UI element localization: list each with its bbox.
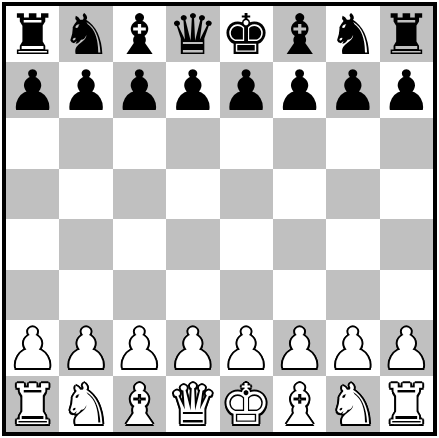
black-pawn-piece[interactable]: ♟ (8, 63, 58, 119)
square-a7[interactable]: ♟ (6, 62, 59, 118)
black-pawn-piece[interactable]: ♟ (114, 63, 164, 119)
square-g3[interactable] (326, 270, 379, 321)
black-pawn-piece[interactable]: ♟ (61, 63, 111, 119)
chess-board: ♜♞♝♛♚♝♞♜♟♟♟♟♟♟♟♟♟♟♟♟♟♟♟♟♜♞♝♛♚♝♞♜ (6, 6, 433, 432)
white-pawn-piece[interactable]: ♟ (168, 321, 218, 377)
black-pawn-piece[interactable]: ♟ (274, 63, 324, 119)
square-d1[interactable]: ♛ (166, 376, 219, 432)
white-knight-piece[interactable]: ♞ (61, 377, 111, 433)
square-a5[interactable] (6, 169, 59, 220)
black-pawn-piece[interactable]: ♟ (168, 63, 218, 119)
square-f1[interactable]: ♝ (273, 376, 326, 432)
square-a1[interactable]: ♜ (6, 376, 59, 432)
square-c7[interactable]: ♟ (113, 62, 166, 118)
square-h8[interactable]: ♜ (380, 6, 433, 62)
square-d7[interactable]: ♟ (166, 62, 219, 118)
black-bishop-piece[interactable]: ♝ (114, 7, 164, 63)
square-f2[interactable]: ♟ (273, 320, 326, 376)
square-h2[interactable]: ♟ (380, 320, 433, 376)
square-d4[interactable] (166, 219, 219, 270)
square-c2[interactable]: ♟ (113, 320, 166, 376)
square-g4[interactable] (326, 219, 379, 270)
square-a8[interactable]: ♜ (6, 6, 59, 62)
square-e5[interactable] (220, 169, 273, 220)
square-f4[interactable] (273, 219, 326, 270)
black-knight-piece[interactable]: ♞ (328, 7, 378, 63)
square-c1[interactable]: ♝ (113, 376, 166, 432)
white-bishop-piece[interactable]: ♝ (114, 377, 164, 433)
square-c6[interactable] (113, 118, 166, 169)
square-f7[interactable]: ♟ (273, 62, 326, 118)
square-b1[interactable]: ♞ (59, 376, 112, 432)
black-rook-piece[interactable]: ♜ (381, 7, 431, 63)
square-e4[interactable] (220, 219, 273, 270)
black-knight-piece[interactable]: ♞ (61, 7, 111, 63)
white-king-piece[interactable]: ♚ (221, 377, 271, 433)
white-pawn-piece[interactable]: ♟ (114, 321, 164, 377)
black-queen-piece[interactable]: ♛ (168, 7, 218, 63)
black-king-piece[interactable]: ♚ (221, 7, 271, 63)
square-b6[interactable] (59, 118, 112, 169)
square-g5[interactable] (326, 169, 379, 220)
white-pawn-piece[interactable]: ♟ (221, 321, 271, 377)
square-a6[interactable] (6, 118, 59, 169)
square-d8[interactable]: ♛ (166, 6, 219, 62)
black-rook-piece[interactable]: ♜ (8, 7, 58, 63)
square-b8[interactable]: ♞ (59, 6, 112, 62)
square-b4[interactable] (59, 219, 112, 270)
square-f3[interactable] (273, 270, 326, 321)
white-bishop-piece[interactable]: ♝ (274, 377, 324, 433)
white-rook-piece[interactable]: ♜ (381, 377, 431, 433)
square-e7[interactable]: ♟ (220, 62, 273, 118)
square-c3[interactable] (113, 270, 166, 321)
white-pawn-piece[interactable]: ♟ (61, 321, 111, 377)
black-pawn-piece[interactable]: ♟ (381, 63, 431, 119)
square-f5[interactable] (273, 169, 326, 220)
square-b7[interactable]: ♟ (59, 62, 112, 118)
black-pawn-piece[interactable]: ♟ (328, 63, 378, 119)
square-h4[interactable] (380, 219, 433, 270)
white-knight-piece[interactable]: ♞ (328, 377, 378, 433)
black-pawn-piece[interactable]: ♟ (221, 63, 271, 119)
white-pawn-piece[interactable]: ♟ (381, 321, 431, 377)
black-bishop-piece[interactable]: ♝ (274, 7, 324, 63)
square-h6[interactable] (380, 118, 433, 169)
square-e1[interactable]: ♚ (220, 376, 273, 432)
square-a4[interactable] (6, 219, 59, 270)
square-f6[interactable] (273, 118, 326, 169)
square-d5[interactable] (166, 169, 219, 220)
square-d6[interactable] (166, 118, 219, 169)
square-g1[interactable]: ♞ (326, 376, 379, 432)
square-b3[interactable] (59, 270, 112, 321)
square-h3[interactable] (380, 270, 433, 321)
square-b5[interactable] (59, 169, 112, 220)
square-a2[interactable]: ♟ (6, 320, 59, 376)
square-h7[interactable]: ♟ (380, 62, 433, 118)
square-a3[interactable] (6, 270, 59, 321)
square-g2[interactable]: ♟ (326, 320, 379, 376)
square-h1[interactable]: ♜ (380, 376, 433, 432)
white-pawn-piece[interactable]: ♟ (328, 321, 378, 377)
white-pawn-piece[interactable]: ♟ (274, 321, 324, 377)
square-g7[interactable]: ♟ (326, 62, 379, 118)
white-rook-piece[interactable]: ♜ (8, 377, 58, 433)
square-c8[interactable]: ♝ (113, 6, 166, 62)
square-f8[interactable]: ♝ (273, 6, 326, 62)
chess-board-frame: ♜♞♝♛♚♝♞♜♟♟♟♟♟♟♟♟♟♟♟♟♟♟♟♟♜♞♝♛♚♝♞♜ (2, 2, 437, 436)
white-pawn-piece[interactable]: ♟ (8, 321, 58, 377)
square-d3[interactable] (166, 270, 219, 321)
square-e2[interactable]: ♟ (220, 320, 273, 376)
square-g6[interactable] (326, 118, 379, 169)
square-g8[interactable]: ♞ (326, 6, 379, 62)
square-e6[interactable] (220, 118, 273, 169)
square-b2[interactable]: ♟ (59, 320, 112, 376)
square-d2[interactable]: ♟ (166, 320, 219, 376)
square-e8[interactable]: ♚ (220, 6, 273, 62)
square-e3[interactable] (220, 270, 273, 321)
square-c5[interactable] (113, 169, 166, 220)
white-queen-piece[interactable]: ♛ (168, 377, 218, 433)
square-c4[interactable] (113, 219, 166, 270)
square-h5[interactable] (380, 169, 433, 220)
